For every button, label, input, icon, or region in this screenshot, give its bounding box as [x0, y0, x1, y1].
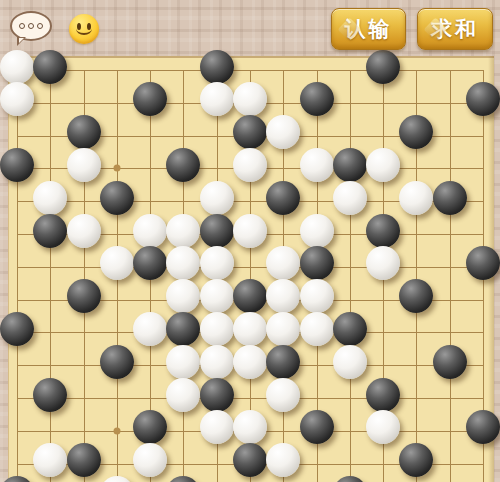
grid-line-horizontal — [17, 398, 484, 399]
black-stone — [200, 214, 234, 248]
grid-line-vertical — [350, 70, 351, 482]
white-stone — [266, 378, 300, 412]
top-toolbar: 认输 求和 — [0, 0, 500, 56]
white-stone — [200, 82, 234, 116]
white-stone — [133, 312, 167, 346]
black-stone — [433, 181, 467, 215]
grid-line-vertical — [17, 70, 18, 482]
grid-line-horizontal — [17, 70, 484, 71]
black-stone — [366, 214, 400, 248]
white-stone — [266, 115, 300, 149]
white-stone — [200, 410, 234, 444]
white-stone — [200, 345, 234, 379]
white-stone — [133, 443, 167, 477]
white-stone — [233, 82, 267, 116]
black-stone — [300, 82, 334, 116]
black-stone — [466, 82, 500, 116]
white-stone — [166, 246, 200, 280]
white-stone — [300, 148, 334, 182]
grid-line-vertical — [450, 70, 451, 482]
emoji-smiley-icon[interactable] — [69, 14, 99, 44]
black-stone — [333, 312, 367, 346]
black-stone — [266, 345, 300, 379]
chat-bubble-icon[interactable] — [10, 11, 54, 45]
white-stone — [200, 279, 234, 313]
black-stone — [67, 279, 101, 313]
white-stone — [33, 181, 67, 215]
white-stone — [366, 246, 400, 280]
black-stone — [67, 115, 101, 149]
black-stone — [333, 148, 367, 182]
black-stone — [100, 345, 134, 379]
bubble-dot — [19, 23, 25, 29]
white-stone — [100, 246, 134, 280]
white-stone — [33, 443, 67, 477]
black-stone — [300, 246, 334, 280]
white-stone — [366, 410, 400, 444]
white-stone — [266, 443, 300, 477]
gomoku-board[interactable] — [0, 0, 500, 482]
star-point — [113, 165, 120, 172]
black-stone — [399, 279, 433, 313]
white-stone — [233, 345, 267, 379]
white-stone — [166, 345, 200, 379]
white-stone — [333, 181, 367, 215]
white-stone — [333, 345, 367, 379]
white-stone — [67, 214, 101, 248]
black-stone — [399, 115, 433, 149]
black-stone — [233, 279, 267, 313]
black-stone — [466, 246, 500, 280]
black-stone — [466, 410, 500, 444]
white-stone — [300, 312, 334, 346]
resign-button[interactable]: 认输 — [331, 8, 406, 50]
black-stone — [166, 148, 200, 182]
smiley-mouth — [76, 23, 92, 35]
black-stone — [0, 148, 34, 182]
white-stone — [133, 214, 167, 248]
white-stone — [67, 148, 101, 182]
black-stone — [366, 378, 400, 412]
black-stone — [133, 82, 167, 116]
game-screen: 认输 求和 — [0, 0, 500, 482]
white-stone — [233, 410, 267, 444]
black-stone — [133, 246, 167, 280]
white-stone — [200, 246, 234, 280]
white-stone — [200, 181, 234, 215]
black-stone — [100, 181, 134, 215]
white-stone — [300, 214, 334, 248]
white-stone — [266, 279, 300, 313]
white-stone — [300, 279, 334, 313]
black-stone — [233, 115, 267, 149]
star-point — [113, 427, 120, 434]
black-stone — [233, 443, 267, 477]
white-stone — [366, 148, 400, 182]
white-stone — [166, 378, 200, 412]
white-stone — [166, 279, 200, 313]
black-stone — [433, 345, 467, 379]
white-stone — [233, 312, 267, 346]
grid-line-vertical — [50, 70, 51, 482]
bubble-tail — [17, 37, 26, 46]
bubble-dot — [37, 23, 43, 29]
white-stone — [166, 214, 200, 248]
black-stone — [33, 214, 67, 248]
white-stone — [0, 82, 34, 116]
black-stone — [266, 181, 300, 215]
black-stone — [200, 378, 234, 412]
grid-line-horizontal — [17, 267, 484, 268]
white-stone — [266, 312, 300, 346]
white-stone — [399, 181, 433, 215]
black-stone — [67, 443, 101, 477]
white-stone — [200, 312, 234, 346]
black-stone — [300, 410, 334, 444]
white-stone — [266, 246, 300, 280]
black-stone — [166, 312, 200, 346]
white-stone — [233, 214, 267, 248]
black-stone — [33, 378, 67, 412]
white-stone — [233, 148, 267, 182]
draw-button[interactable]: 求和 — [417, 8, 493, 50]
black-stone — [133, 410, 167, 444]
bubble-dot — [28, 23, 34, 29]
black-stone — [399, 443, 433, 477]
black-stone — [0, 312, 34, 346]
